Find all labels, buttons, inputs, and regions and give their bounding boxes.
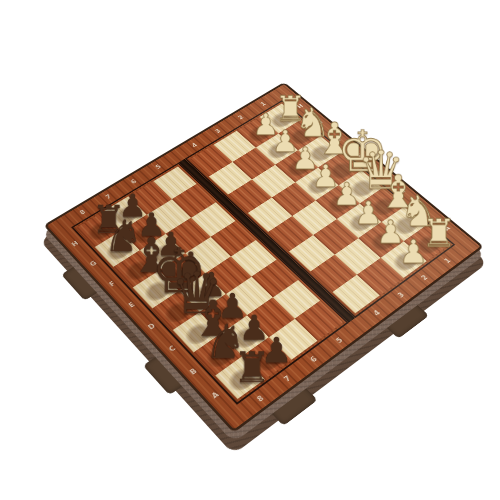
rank-label-far-4: 4 bbox=[188, 140, 201, 149]
rank-label-near-8: 8 bbox=[253, 392, 268, 405]
file-label-left-F: F bbox=[105, 278, 119, 289]
file-label-left-C: C bbox=[165, 343, 180, 355]
rank-label-near-7: 7 bbox=[280, 372, 295, 385]
product-photo-scene: ♜♟♞♟♝♟♚♟♛♟♝♟♞♟♜♟ ♟♜♟♞♟♝♟♚♟♛♟♝♟♞♟♜ 887766… bbox=[0, 0, 500, 500]
rank-label-near-4: 4 bbox=[370, 307, 384, 319]
rank-label-far-6: 6 bbox=[127, 177, 140, 187]
rank-label-near-1: 1 bbox=[441, 255, 455, 266]
rank-label-far-3: 3 bbox=[212, 127, 224, 136]
file-label-left-D: D bbox=[144, 320, 158, 332]
file-label-left-E: E bbox=[125, 299, 139, 311]
file-label-left-A: A bbox=[208, 389, 223, 402]
rank-label-far-5: 5 bbox=[152, 162, 165, 172]
board-top: ♜♟♞♟♝♟♚♟♛♟♝♟♞♟♜♟ ♟♜♟♞♟♝♟♚♟♛♟♝♟♞♟♜ 887766… bbox=[47, 84, 481, 429]
rank-label-near-5: 5 bbox=[332, 334, 347, 346]
black-rook-piece: ♜ bbox=[233, 346, 268, 389]
rank-label-near-2: 2 bbox=[418, 272, 432, 283]
file-label-left-H: H bbox=[68, 238, 81, 249]
file-label-left-G: G bbox=[87, 258, 101, 269]
rank-label-near-6: 6 bbox=[306, 353, 321, 366]
white-pawn-piece: ♟ bbox=[397, 235, 430, 268]
rank-label-near-3: 3 bbox=[394, 289, 408, 301]
rank-label-far-8: 8 bbox=[76, 207, 89, 217]
square-h4 bbox=[190, 145, 233, 177]
rank-label-far-2: 2 bbox=[235, 113, 247, 122]
file-label-left-B: B bbox=[186, 365, 201, 378]
board-halves: ♜♟♞♟♝♟♚♟♛♟♝♟♞♟♜♟ ♟♜♟♞♟♝♟♚♟♛♟♝♟♞♟♜ bbox=[71, 100, 455, 405]
